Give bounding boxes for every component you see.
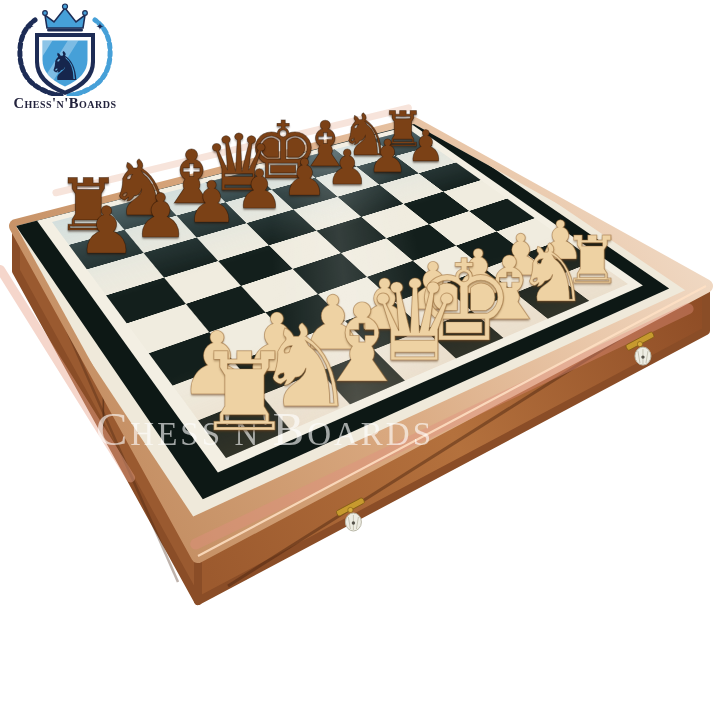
black-pawn: ♟: [235, 163, 283, 217]
star-right-icon: ✦: [96, 21, 104, 32]
white-rook: ♜: [196, 339, 293, 448]
black-pawn: ♟: [326, 143, 369, 191]
black-pawn: ♟: [367, 134, 408, 179]
star-left-icon: ✦: [26, 21, 34, 32]
black-pawn: ♟: [77, 198, 135, 263]
logo-knight-icon: ♞: [47, 43, 83, 89]
black-pawn: ♟: [186, 174, 237, 231]
black-pawn: ♟: [406, 125, 445, 168]
crown-icon: [43, 4, 88, 32]
black-pawn: ♟: [282, 153, 328, 204]
product-photo: Chess'n'Boards ♜♞♝♛♚♝♞♜♟♟♟♟♟♟♟♟♟♟♟♟♟♟♟♟♜…: [0, 0, 720, 720]
brand-name: Chess'n'Boards: [4, 95, 126, 112]
logo-crest: ✦ ✦ ♞: [4, 2, 126, 96]
brand-logo: ✦ ✦ ♞ Chess'n'Boards: [4, 2, 126, 112]
black-pawn: ♟: [133, 186, 188, 247]
